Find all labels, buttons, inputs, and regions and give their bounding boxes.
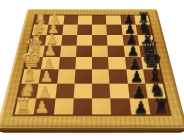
white-rook-h1[interactable]: ♜	[13, 99, 35, 116]
board-front-edge	[0, 128, 184, 133]
black-pawn-f7[interactable]: ♟	[126, 70, 146, 84]
black-pawn-g7[interactable]: ♟	[128, 84, 148, 99]
pieces-layer: ♜♟♟♜♞♟♟♞♝♟♟♝♛♟♟♛♚♟♟♚♝♟♟♝♞♟♟♞♜♟♟♜	[13, 15, 171, 116]
perspective-wrapper: ♜♟♟♜♞♟♟♞♝♟♟♝♛♟♟♛♚♟♟♚♝♟♟♝♞♟♟♞♜♟♟♜	[0, 0, 184, 140]
white-pawn-f2[interactable]: ♟	[38, 70, 58, 84]
black-rook-h8[interactable]: ♜	[148, 99, 170, 116]
white-rook-icon: ♜	[15, 97, 32, 116]
black-pawn-icon: ♟	[132, 83, 146, 99]
black-pawn-icon: ♟	[134, 99, 149, 116]
white-pawn-h2[interactable]: ♟	[33, 99, 55, 116]
white-pawn-icon: ♟	[38, 83, 52, 99]
black-pawn-h7[interactable]: ♟	[130, 99, 152, 116]
white-pawn-icon: ♟	[35, 99, 50, 116]
white-pawn-g2[interactable]: ♟	[36, 84, 56, 99]
black-rook-icon: ♜	[152, 97, 169, 116]
chess-board: ♜♟♟♜♞♟♟♞♝♟♟♝♛♟♟♛♚♟♟♚♝♟♟♝♞♟♟♞♜♟♟♜	[0, 9, 184, 128]
chess-photo-scene: ♜♟♟♜♞♟♟♞♝♟♟♝♛♟♟♛♚♟♟♚♝♟♟♝♞♟♟♞♜♟♟♜	[0, 0, 184, 140]
